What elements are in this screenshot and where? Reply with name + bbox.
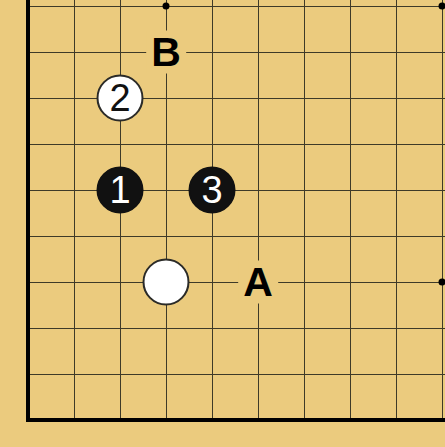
intersection[interactable] [281, 29, 327, 75]
intersection[interactable] [373, 351, 419, 397]
intersection[interactable] [281, 167, 327, 213]
intersection[interactable] [281, 75, 327, 121]
intersection[interactable] [143, 305, 189, 351]
intersection[interactable] [419, 75, 445, 121]
intersection[interactable] [97, 29, 143, 75]
move-number: 3 [201, 170, 222, 210]
intersection[interactable] [281, 351, 327, 397]
intersection[interactable] [97, 121, 143, 167]
intersection[interactable]: A [235, 259, 281, 305]
intersection[interactable] [143, 259, 189, 305]
intersection[interactable] [281, 121, 327, 167]
board-bottom-edge [26, 418, 445, 422]
intersection[interactable] [189, 305, 235, 351]
intersection[interactable] [419, 259, 445, 305]
intersection[interactable] [327, 0, 373, 29]
intersection[interactable] [327, 167, 373, 213]
move-number: 1 [109, 170, 130, 210]
black-stone[interactable]: 3 [189, 167, 236, 214]
intersection[interactable] [51, 351, 97, 397]
intersection[interactable] [189, 75, 235, 121]
intersection[interactable] [97, 0, 143, 29]
intersection[interactable]: 1 [97, 167, 143, 213]
intersection[interactable] [51, 259, 97, 305]
intersection[interactable] [235, 29, 281, 75]
intersection[interactable] [419, 167, 445, 213]
intersection[interactable] [51, 167, 97, 213]
intersection[interactable] [189, 121, 235, 167]
star-point [163, 3, 170, 10]
star-point [439, 279, 445, 286]
intersection[interactable] [189, 29, 235, 75]
intersection[interactable] [143, 0, 189, 29]
intersection[interactable] [189, 0, 235, 29]
intersection[interactable] [373, 121, 419, 167]
intersection[interactable] [327, 121, 373, 167]
intersection[interactable] [235, 75, 281, 121]
intersection[interactable] [97, 259, 143, 305]
intersection[interactable] [419, 121, 445, 167]
intersection[interactable] [373, 305, 419, 351]
intersection[interactable] [327, 75, 373, 121]
intersection[interactable] [235, 351, 281, 397]
intersection[interactable] [51, 305, 97, 351]
point-label-a[interactable]: A [238, 261, 278, 304]
intersection[interactable] [97, 213, 143, 259]
intersection[interactable]: 2 [97, 75, 143, 121]
intersection[interactable] [419, 351, 445, 397]
intersection[interactable] [419, 305, 445, 351]
intersection[interactable] [327, 213, 373, 259]
intersection[interactable] [51, 0, 97, 29]
board-left-edge [26, 0, 30, 422]
intersection[interactable] [235, 0, 281, 29]
star-point [439, 3, 445, 10]
intersection[interactable] [281, 213, 327, 259]
intersection[interactable] [281, 0, 327, 29]
intersection[interactable] [327, 259, 373, 305]
intersection[interactable] [327, 351, 373, 397]
intersection[interactable] [143, 167, 189, 213]
intersection[interactable] [419, 213, 445, 259]
intersection[interactable] [143, 75, 189, 121]
intersection[interactable] [51, 29, 97, 75]
intersection[interactable] [373, 29, 419, 75]
intersection[interactable] [235, 213, 281, 259]
intersection[interactable] [419, 29, 445, 75]
move-number: 2 [109, 78, 130, 118]
intersection[interactable] [51, 75, 97, 121]
intersection[interactable] [143, 351, 189, 397]
intersection[interactable] [281, 259, 327, 305]
intersection[interactable] [235, 305, 281, 351]
intersection[interactable] [235, 121, 281, 167]
intersection[interactable] [419, 0, 445, 29]
intersection[interactable] [281, 305, 327, 351]
intersection[interactable] [327, 29, 373, 75]
white-stone[interactable]: 2 [97, 75, 144, 122]
intersection[interactable] [373, 167, 419, 213]
intersection[interactable] [51, 121, 97, 167]
intersection[interactable]: 3 [189, 167, 235, 213]
intersection[interactable]: B [143, 29, 189, 75]
go-board: B213A [5, 0, 445, 443]
go-corner-diagram: B213A [0, 0, 445, 447]
intersection[interactable] [189, 259, 235, 305]
intersection[interactable] [143, 121, 189, 167]
intersection[interactable] [373, 213, 419, 259]
intersection[interactable] [97, 305, 143, 351]
intersection[interactable] [97, 351, 143, 397]
black-stone[interactable]: 1 [97, 167, 144, 214]
point-label-b[interactable]: B [146, 31, 186, 74]
intersection[interactable] [373, 0, 419, 29]
intersection[interactable] [327, 305, 373, 351]
white-stone[interactable] [143, 259, 190, 306]
intersection[interactable] [189, 213, 235, 259]
intersection[interactable] [189, 351, 235, 397]
intersection[interactable] [373, 75, 419, 121]
intersection[interactable] [235, 167, 281, 213]
intersection[interactable] [373, 259, 419, 305]
intersection[interactable] [51, 213, 97, 259]
intersection[interactable] [143, 213, 189, 259]
